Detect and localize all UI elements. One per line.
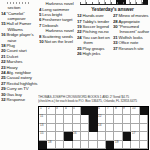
- grid-cell: [89, 132, 97, 140]
- clue-text: Deborah Harkness novel: [42, 23, 73, 33]
- clue-text: Harkness novel: [46, 1, 74, 6]
- clue-text: Plug: [7, 43, 15, 48]
- grid-cell: [73, 115, 81, 123]
- cell-number: 10: [132, 106, 135, 109]
- grid-cell: [64, 115, 72, 123]
- grid-cell: [131, 115, 139, 123]
- grid-cell: 17: [131, 132, 139, 140]
- clue-text: Hoary: [7, 64, 18, 69]
- clue-item: 7Deborah Harkness novel: [39, 23, 75, 34]
- grid-cell: 2: [47, 107, 55, 115]
- grid-cell: [114, 124, 122, 132]
- clue-text: Freshener target: [42, 17, 72, 22]
- grid-cell: [114, 115, 122, 123]
- clue-text: Wolfish looks: [119, 35, 143, 40]
- cell-number: 1: [40, 106, 42, 109]
- grid-cell: [140, 141, 148, 149]
- grid-cell: 4: [64, 107, 72, 115]
- clue-text: Scattering seeds: [42, 33, 72, 38]
- clue-text: Less bright: [42, 12, 62, 17]
- cell-number: 18: [48, 140, 51, 143]
- clue-text: Count start: [7, 48, 27, 53]
- clue-text: Mineo of movies: [119, 13, 149, 18]
- crossword-grid: 12345678910111213141516171819: [38, 106, 149, 150]
- clue-text: Soccer legend: [83, 24, 109, 29]
- cell-number: 5: [73, 106, 75, 109]
- grid-cell: 5: [73, 107, 81, 115]
- answer-grid-letter-marks: [80, 2, 148, 4]
- grid-cell: 10: [131, 107, 139, 115]
- grid-cell: [56, 124, 64, 132]
- clue-text: “Presumed Innocent” author: [119, 24, 150, 34]
- clue-text: Gas buy: [7, 91, 22, 96]
- clue-text: Pitching no-no: [83, 29, 109, 34]
- clue-item: 10Not on the level: [39, 39, 75, 44]
- grid-cell: [123, 124, 131, 132]
- cell-number: 16: [73, 131, 76, 134]
- black-square: [140, 107, 148, 115]
- cell-number: 13: [40, 123, 43, 126]
- clue-text: High jinks: [83, 51, 101, 56]
- grid-cell: [98, 141, 106, 149]
- clue-text: Not on the level: [45, 39, 73, 44]
- grid-cell: [64, 124, 72, 132]
- yesterdays-answer-grid-cutoff: [80, 0, 148, 5]
- grid-cell: [106, 124, 114, 132]
- cell-number: 9: [123, 106, 125, 109]
- clue-text: Office note: [119, 40, 139, 45]
- clue-text: Appropriate: [119, 18, 140, 23]
- black-square: [81, 107, 89, 115]
- down-clues-column-3: 27Mineo of movies28Appropriate30“Presume…: [113, 13, 150, 89]
- grid-cell: [56, 132, 64, 140]
- clue-item: 26High jinks: [77, 51, 113, 56]
- grid-cell: 18: [47, 141, 55, 149]
- clue-text: Bridge player’s raise: [7, 32, 34, 42]
- grid-cell: [123, 141, 131, 149]
- clue-text: Response: [7, 97, 26, 102]
- clue-text: Marshes: [7, 59, 23, 64]
- clue-item: 37Research site: [113, 45, 150, 50]
- clue-item: 24You can bet on them: [77, 35, 113, 46]
- clue-text: section: [8, 5, 21, 10]
- cell-number: 6: [98, 106, 100, 109]
- cell-number: 4: [65, 106, 67, 109]
- cell-number: 15: [40, 131, 43, 134]
- cell-number: 12: [98, 114, 101, 117]
- grid-cell: 8: [114, 107, 122, 115]
- grid-cell: 9: [123, 107, 131, 115]
- grid-cell: [56, 141, 64, 149]
- clue-item: 16Bridge player’s raise: [1, 32, 38, 43]
- clue-text: “Camelot” composer: [7, 10, 26, 20]
- clue-text: Afg. neighbor: [7, 70, 31, 75]
- grid-cell: [73, 141, 81, 149]
- clue-text: Hands over: [83, 13, 104, 18]
- cell-number: 7: [107, 106, 109, 109]
- cell-number: 11: [40, 114, 43, 117]
- grid-cell: [81, 132, 89, 140]
- grid-cell: [106, 132, 114, 140]
- grid-cell: [140, 115, 148, 123]
- cutoff-clue-line: [7, 2, 29, 4]
- black-square: [89, 115, 97, 123]
- cell-number: 3: [56, 106, 58, 109]
- grid-cell: 7: [106, 107, 114, 115]
- clue-text: Casual eatery: [7, 75, 32, 80]
- grid-cell: [131, 141, 139, 149]
- grid-cell: 19: [114, 141, 122, 149]
- cell-number: 19: [115, 140, 118, 143]
- grid-cell: [106, 115, 114, 123]
- down-clues-column: Harkness novel4Long swimmer5Less bright6…: [39, 1, 75, 87]
- cell-number: 2: [48, 106, 50, 109]
- grid-cell: 3: [56, 107, 64, 115]
- clue-text: You can bet on them: [83, 35, 110, 45]
- promo-line-2: (check/m.o.) for each book to P.O. Box 5…: [38, 99, 150, 103]
- down-clues-column-2: 12Hands over17Tabby’s tender19Soccer leg…: [77, 13, 113, 99]
- grid-cell: [89, 141, 97, 149]
- grid-cell: [140, 124, 148, 132]
- clue-text: Curry on TV: [7, 86, 29, 91]
- grid-cell: [81, 124, 89, 132]
- yesterdays-answer-label: Yesterday's answer: [91, 6, 134, 12]
- clue-text: Hall of Famer Williams: [7, 21, 31, 31]
- clue-text: Research site: [119, 45, 144, 50]
- clue-text: Recital highlights: [7, 81, 38, 86]
- cell-number: 14: [98, 123, 101, 126]
- grid-cell: [47, 115, 55, 123]
- black-square: [123, 132, 131, 140]
- grid-cell: 15: [39, 132, 47, 140]
- black-square: [64, 132, 72, 140]
- grid-cell: 14: [98, 124, 106, 132]
- grid-cell: [98, 132, 106, 140]
- grid-cell: [64, 141, 72, 149]
- black-square: [106, 141, 114, 149]
- grid-cell: 16: [73, 132, 81, 140]
- grid-cell: [140, 132, 148, 140]
- grid-cell: [47, 124, 55, 132]
- cell-number: 17: [132, 131, 135, 134]
- clue-text: Tabby’s tender: [83, 18, 109, 23]
- clue-item: 15Hall of Famer Williams: [1, 21, 38, 32]
- clue-item: 14“Camelot” composer: [1, 10, 38, 21]
- grid-cell: [81, 141, 89, 149]
- clue-item: 30“Presumed Innocent” author: [113, 24, 150, 35]
- clue-text: Dulcet: [7, 54, 19, 59]
- black-square: [89, 124, 97, 132]
- across-clues-column: section14“Camelot” composer15Hall of Fam…: [1, 2, 38, 150]
- grid-cell: [56, 115, 64, 123]
- cell-number: 8: [115, 106, 117, 109]
- black-square: [89, 107, 97, 115]
- clue-item: 32Response: [1, 97, 38, 102]
- black-square: [39, 141, 47, 149]
- clue-text: Play groups: [83, 45, 105, 50]
- grid-cell: [123, 115, 131, 123]
- clue-text: Long swimmer: [42, 6, 69, 11]
- grid-cell: [81, 115, 89, 123]
